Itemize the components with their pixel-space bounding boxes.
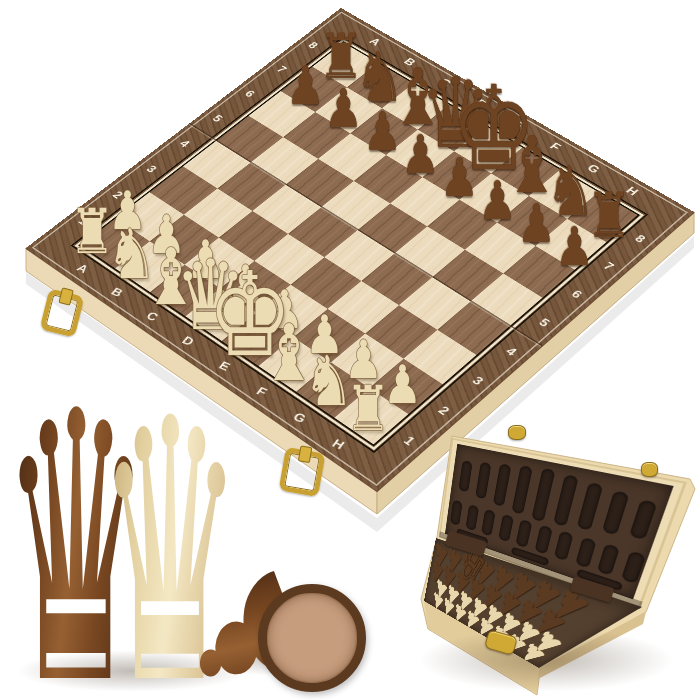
felt-slot	[554, 530, 574, 561]
felt-slot	[553, 474, 579, 527]
felt-slot	[450, 500, 463, 526]
felt-slot	[534, 525, 552, 555]
felt-slot	[577, 482, 604, 531]
fallen-piece-felt-base	[258, 584, 366, 692]
felt-slot	[629, 499, 658, 540]
felt-slot	[493, 463, 512, 507]
felt-slot	[458, 460, 472, 492]
felt-slot	[602, 490, 630, 535]
felt-slot	[511, 465, 532, 515]
clasp-tongue-icon	[298, 445, 313, 463]
felt-slot	[575, 537, 596, 568]
felt-slot	[498, 514, 514, 542]
felt-slot	[620, 550, 645, 583]
felt-slot	[597, 543, 620, 575]
box-latch-top-icon	[508, 425, 526, 440]
clasp-tongue-icon	[58, 287, 74, 305]
felt-slot	[475, 462, 491, 500]
felt-slot	[531, 468, 555, 522]
board-clasp-front-icon	[278, 447, 325, 497]
felt-slot	[515, 519, 532, 548]
felt-slot	[465, 504, 479, 531]
felt-slot	[481, 509, 496, 537]
chess-set-product-photo: 1122334455667788AABBCCDDEEFFGGHH ♜♞♟♝♟♛♟…	[0, 0, 700, 700]
box-latch-right-icon	[641, 462, 658, 477]
